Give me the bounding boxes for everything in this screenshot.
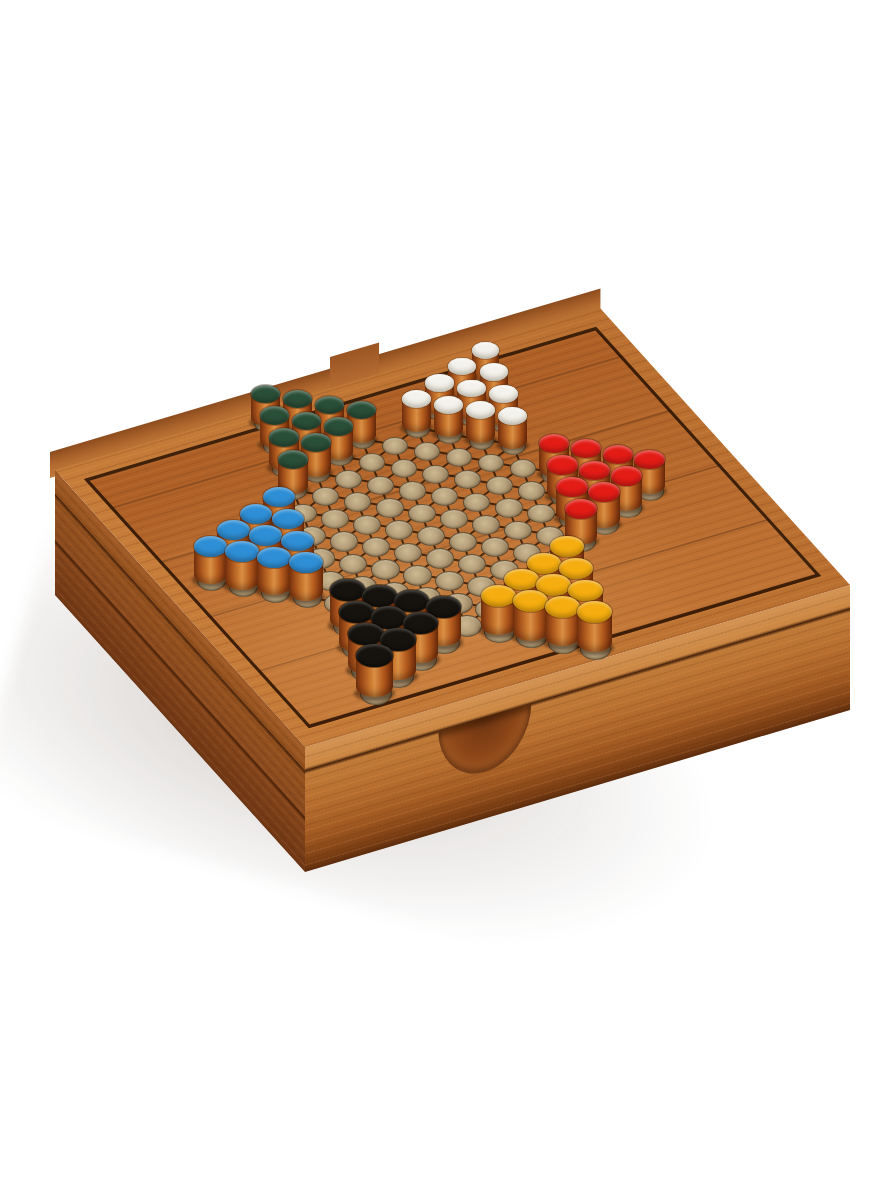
- peg-yellow: [545, 596, 580, 618]
- peg-black: [348, 623, 384, 646]
- peg-black: [330, 579, 365, 601]
- hole-r7c3: [376, 498, 403, 518]
- hole-r6c4: [399, 481, 426, 500]
- hole-r7c2: [344, 492, 371, 511]
- peg-white: [489, 385, 518, 403]
- peg-blue: [249, 525, 282, 546]
- hole-r7c7: [504, 521, 532, 541]
- hole-r9c4: [394, 543, 422, 563]
- hole-r8c2: [353, 515, 381, 535]
- peg-white: [425, 374, 453, 392]
- hole-r9c2: [330, 531, 358, 551]
- peg-green: [278, 450, 309, 469]
- hole-r7c4: [408, 504, 435, 524]
- peg-white: [480, 363, 508, 380]
- hole-r10c6: [435, 571, 464, 592]
- peg-white: [498, 407, 527, 425]
- peg-red: [565, 499, 597, 519]
- peg-red: [588, 482, 620, 502]
- hole-r5c4: [391, 459, 417, 478]
- hole-r4c7: [478, 454, 504, 473]
- hole-r5c8: [518, 481, 545, 500]
- hole-r9c3: [362, 537, 390, 557]
- hole-r10c3: [339, 554, 368, 574]
- peg-green: [283, 390, 312, 408]
- peg-blue: [240, 504, 272, 524]
- peg-green: [269, 428, 299, 447]
- hole-r9c5: [426, 548, 455, 568]
- peg-red: [603, 445, 633, 464]
- peg-green: [260, 406, 289, 424]
- hole-r6c2: [335, 470, 362, 489]
- hole-r8c1: [321, 509, 349, 529]
- chinese-checkers-board: [0, 0, 880, 1200]
- peg-yellow: [550, 536, 583, 557]
- hole-r6c7: [495, 498, 522, 518]
- hole-r8c5: [449, 532, 477, 552]
- hole-r5c5: [422, 465, 448, 484]
- peg-red: [571, 439, 601, 458]
- peg-red: [611, 466, 642, 485]
- hole-r10c5: [403, 565, 432, 586]
- peg-yellow: [481, 585, 516, 607]
- hole-r4c6: [446, 448, 472, 467]
- peg-black: [339, 601, 374, 623]
- hole-r7c6: [472, 515, 500, 535]
- peg-white: [457, 380, 485, 398]
- peg-green: [315, 396, 344, 414]
- hole-r6c6: [463, 493, 490, 512]
- peg-red: [556, 477, 587, 497]
- hole-r5c3: [359, 453, 385, 472]
- hole-r6c3: [367, 476, 394, 495]
- peg-blue: [257, 547, 291, 568]
- hole-r8c4: [417, 526, 445, 546]
- peg-red: [539, 434, 569, 453]
- hole-r8c6: [481, 537, 509, 557]
- peg-red: [547, 455, 578, 474]
- hole-r7c5: [440, 509, 468, 529]
- hole-r6c8: [527, 504, 554, 524]
- peg-white: [472, 342, 499, 359]
- product-photo-scene: [0, 0, 880, 1200]
- hole-r9c6: [458, 554, 487, 574]
- hole-r8c3: [385, 520, 413, 540]
- hole-r5c6: [454, 470, 481, 489]
- peg-green: [324, 417, 354, 436]
- hole-r4c8: [510, 459, 536, 478]
- peg-blue: [217, 520, 250, 541]
- hole-r10c4: [371, 559, 400, 580]
- hole-r4c4: [382, 437, 408, 455]
- peg-green: [251, 385, 280, 403]
- peg-green: [301, 433, 331, 452]
- hole-r4c5: [414, 442, 440, 461]
- hole-r6c5: [431, 487, 458, 506]
- hole-r5c7: [486, 476, 513, 495]
- peg-blue: [281, 531, 314, 552]
- hole-r7c1: [312, 487, 339, 506]
- peg-white: [434, 396, 463, 414]
- peg-blue: [194, 536, 227, 557]
